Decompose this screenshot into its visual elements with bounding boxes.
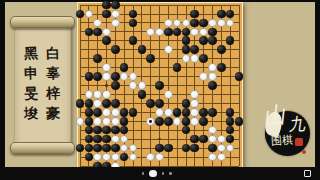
stone-black[interactable] [235, 72, 244, 81]
stone-black[interactable] [111, 45, 120, 54]
stone-black[interactable] [76, 144, 85, 153]
stone-black[interactable] [173, 108, 182, 117]
stone-black[interactable] [182, 126, 191, 135]
scroll-paper [14, 21, 71, 149]
stone-white[interactable] [190, 54, 199, 63]
stone-black[interactable] [120, 117, 129, 126]
stone-black[interactable] [199, 36, 208, 45]
stone-black[interactable] [226, 108, 235, 117]
stone-black[interactable] [190, 135, 199, 144]
stone-black[interactable] [182, 28, 191, 37]
stone-white[interactable] [102, 153, 111, 162]
stone-white[interactable] [173, 117, 182, 126]
stone-white[interactable] [111, 19, 120, 28]
stone-white[interactable] [111, 117, 120, 126]
stone-white[interactable] [120, 135, 129, 144]
stone-white[interactable] [111, 153, 120, 162]
stone-white[interactable] [129, 153, 138, 162]
grid-line-vertical [239, 5, 240, 166]
stone-black[interactable] [93, 28, 102, 37]
video-control-bar [0, 167, 320, 180]
stone-black[interactable] [138, 45, 147, 54]
stone-black[interactable] [173, 28, 182, 37]
stone-white[interactable] [102, 90, 111, 99]
last-move-marker [149, 120, 152, 123]
stone-black[interactable] [217, 45, 226, 54]
logo-char-shan: 山 [261, 100, 287, 133]
stone-black[interactable] [182, 45, 191, 54]
scroll-bottom-roll [10, 142, 75, 154]
white-player-column: 白辜梓豪 [46, 46, 60, 120]
stone-white[interactable] [217, 144, 226, 153]
stone-black[interactable] [235, 117, 244, 126]
stone-black[interactable] [102, 126, 111, 135]
stone-black[interactable] [208, 28, 217, 37]
scroll-top-roll [10, 16, 75, 28]
player-name-char: 埈 [24, 106, 38, 120]
stone-black[interactable] [93, 144, 102, 153]
stone-white[interactable] [226, 19, 235, 28]
stone-black[interactable] [155, 99, 164, 108]
stone-black[interactable] [85, 99, 94, 108]
stone-black[interactable] [120, 153, 129, 162]
stone-white[interactable] [93, 90, 102, 99]
stone-black[interactable] [129, 10, 138, 19]
stone-white[interactable] [155, 28, 164, 37]
stone-black[interactable] [226, 135, 235, 144]
stone-black[interactable] [102, 10, 111, 19]
stone-white[interactable] [208, 135, 217, 144]
stone-white[interactable] [85, 10, 94, 19]
stone-black[interactable] [102, 144, 111, 153]
stone-black[interactable] [155, 81, 164, 90]
stone-black[interactable] [190, 45, 199, 54]
stone-white[interactable] [199, 28, 208, 37]
stone-white[interactable] [85, 90, 94, 99]
stone-white[interactable] [217, 19, 226, 28]
nav-dot[interactable] [142, 172, 144, 174]
stone-white[interactable] [190, 108, 199, 117]
stone-white[interactable] [76, 117, 85, 126]
stone-white[interactable] [111, 108, 120, 117]
player-scroll: 黑申旻埈 白辜梓豪 [10, 16, 73, 152]
nav-dot[interactable] [162, 172, 164, 174]
stone-black[interactable] [199, 117, 208, 126]
stone-white[interactable] [182, 19, 191, 28]
stone-black[interactable] [85, 126, 94, 135]
stone-white[interactable] [146, 28, 155, 37]
stone-black[interactable] [93, 72, 102, 81]
stone-white[interactable] [102, 108, 111, 117]
red-seal-icon [295, 138, 303, 146]
player-name-char: 旻 [24, 86, 38, 100]
stone-white[interactable] [93, 19, 102, 28]
stone-white[interactable] [164, 45, 173, 54]
stone-black[interactable] [111, 99, 120, 108]
stone-black[interactable] [146, 99, 155, 108]
stone-black[interactable] [111, 1, 120, 10]
stone-black[interactable] [93, 108, 102, 117]
stone-black[interactable] [190, 19, 199, 28]
stone-black[interactable] [146, 54, 155, 63]
stone-black[interactable] [129, 108, 138, 117]
stone-black[interactable] [138, 90, 147, 99]
stone-black[interactable] [111, 144, 120, 153]
stone-white[interactable] [217, 135, 226, 144]
stone-white[interactable] [129, 72, 138, 81]
stone-white[interactable] [208, 63, 217, 72]
stone-white[interactable] [120, 72, 129, 81]
stone-black[interactable] [190, 144, 199, 153]
stone-black[interactable] [102, 99, 111, 108]
stone-white[interactable] [111, 10, 120, 19]
stone-white[interactable] [93, 153, 102, 162]
stone-black[interactable] [199, 135, 208, 144]
stone-black[interactable] [76, 99, 85, 108]
stone-black[interactable] [155, 117, 164, 126]
stone-white[interactable] [102, 72, 111, 81]
stone-white[interactable] [111, 135, 120, 144]
logo-weiqi-text: 围棋 [271, 132, 294, 148]
stone-black[interactable] [199, 54, 208, 63]
stone-black[interactable] [85, 117, 94, 126]
stone-white[interactable] [146, 153, 155, 162]
stone-black[interactable] [182, 36, 191, 45]
stone-white[interactable] [208, 126, 217, 135]
stone-black[interactable] [217, 10, 226, 19]
stone-white[interactable] [190, 28, 199, 37]
stone-white[interactable] [93, 117, 102, 126]
stone-black[interactable] [102, 36, 111, 45]
stone-black[interactable] [173, 63, 182, 72]
stone-black[interactable] [199, 19, 208, 28]
stone-white[interactable] [190, 117, 199, 126]
stone-black[interactable] [208, 108, 217, 117]
stone-black[interactable] [120, 108, 129, 117]
stone-black[interactable] [208, 144, 217, 153]
player-name-char: 辜 [46, 66, 60, 80]
goban[interactable] [77, 2, 243, 169]
stone-black[interactable] [85, 135, 94, 144]
video-nav-dots[interactable] [142, 169, 188, 178]
stone-black[interactable] [93, 54, 102, 63]
stone-black[interactable] [111, 72, 120, 81]
stone-white[interactable] [102, 63, 111, 72]
player-name-char: 黑 [24, 46, 38, 60]
stone-white[interactable] [93, 99, 102, 108]
stone-black[interactable] [129, 36, 138, 45]
stone-black[interactable] [85, 108, 94, 117]
nav-dot-current[interactable] [149, 170, 157, 178]
red-seal-dot-icon [302, 150, 306, 154]
stone-white[interactable] [226, 144, 235, 153]
nav-dot[interactable] [169, 172, 171, 174]
stone-black[interactable] [120, 63, 129, 72]
stone-white[interactable] [217, 153, 226, 162]
stone-black[interactable] [164, 117, 173, 126]
stone-black[interactable] [102, 1, 111, 10]
stone-black[interactable] [226, 36, 235, 45]
stone-white[interactable] [208, 153, 217, 162]
stone-white[interactable] [190, 90, 199, 99]
stone-white[interactable] [208, 72, 217, 81]
stone-white[interactable] [190, 99, 199, 108]
stone-black[interactable] [102, 135, 111, 144]
stone-white[interactable] [138, 81, 147, 90]
video-corner-icon[interactable] [304, 170, 311, 177]
black-player-column: 黑申旻埈 [24, 46, 38, 120]
stone-white[interactable] [182, 54, 191, 63]
stone-black[interactable] [182, 117, 191, 126]
stone-white[interactable] [164, 90, 173, 99]
stone-black[interactable] [76, 10, 85, 19]
stone-black[interactable] [208, 36, 217, 45]
stone-white[interactable] [102, 28, 111, 37]
stone-white[interactable] [164, 19, 173, 28]
player-name-char: 申 [24, 66, 38, 80]
stone-black[interactable] [226, 10, 235, 19]
stone-black[interactable] [208, 81, 217, 90]
player-name-char: 白 [46, 46, 60, 60]
stone-black[interactable] [111, 126, 120, 135]
stone-black[interactable] [85, 144, 94, 153]
stone-white[interactable] [129, 144, 138, 153]
player-name-char: 梓 [46, 86, 60, 100]
stone-white[interactable] [155, 153, 164, 162]
stone-black[interactable] [85, 28, 94, 37]
stone-white[interactable] [102, 117, 111, 126]
stone-white[interactable] [164, 108, 173, 117]
star-point [158, 138, 160, 140]
stone-black[interactable] [182, 144, 191, 153]
stone-black[interactable] [85, 72, 94, 81]
player-name-char: 豪 [46, 106, 60, 120]
channel-logo: 山 九 围棋 [262, 100, 314, 162]
stone-white[interactable] [208, 19, 217, 28]
stone-white[interactable] [173, 19, 182, 28]
stone-black[interactable] [199, 108, 208, 117]
stone-black[interactable] [226, 126, 235, 135]
stone-black[interactable] [164, 28, 173, 37]
stone-black[interactable] [120, 126, 129, 135]
stone-black[interactable] [129, 19, 138, 28]
stone-black[interactable] [182, 99, 191, 108]
stone-black[interactable] [164, 144, 173, 153]
stone-black[interactable] [111, 81, 120, 90]
star-point [105, 84, 107, 86]
stone-black[interactable] [217, 63, 226, 72]
stone-black[interactable] [93, 135, 102, 144]
stone-black[interactable] [182, 108, 191, 117]
stone-black[interactable] [85, 153, 94, 162]
stone-black[interactable] [190, 10, 199, 19]
stone-white[interactable] [155, 108, 164, 117]
stone-white[interactable] [199, 72, 208, 81]
stone-white[interactable] [120, 144, 129, 153]
stone-white[interactable] [129, 81, 138, 90]
stone-black[interactable] [226, 117, 235, 126]
stone-black[interactable] [93, 126, 102, 135]
stone-black[interactable] [155, 144, 164, 153]
